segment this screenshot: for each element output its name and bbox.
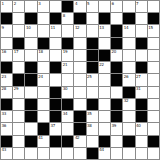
clue-number: 37 bbox=[50, 123, 55, 128]
clue-number: 22 bbox=[99, 62, 104, 67]
black-cell-r3c3 bbox=[38, 38, 49, 49]
clue-number: 16 bbox=[2, 49, 7, 54]
cell-r7c0[interactable]: 28 bbox=[1, 87, 12, 98]
cell-r12c11[interactable] bbox=[136, 148, 147, 159]
cell-r11c11[interactable] bbox=[136, 136, 147, 147]
black-cell-r1c4 bbox=[50, 13, 61, 24]
cell-r5c6[interactable] bbox=[74, 62, 85, 73]
cell-r0c4[interactable] bbox=[50, 1, 61, 12]
cell-r0c12[interactable] bbox=[148, 1, 159, 12]
black-cell-r4c8 bbox=[99, 50, 110, 61]
black-cell-r11c10 bbox=[123, 136, 134, 147]
cell-r12c8[interactable]: 44 bbox=[99, 148, 110, 159]
cell-r4c0[interactable]: 16 bbox=[1, 50, 12, 61]
black-cell-r8c4 bbox=[50, 99, 61, 110]
black-cell-r9c4 bbox=[50, 111, 61, 122]
clue-number: 44 bbox=[99, 147, 104, 152]
cell-r7c9[interactable] bbox=[111, 87, 122, 98]
cell-r1c9[interactable] bbox=[111, 13, 122, 24]
cell-r6c6[interactable] bbox=[74, 74, 85, 85]
cell-r7c8[interactable] bbox=[99, 87, 110, 98]
cell-r3c0[interactable] bbox=[1, 38, 12, 49]
clue-number: 35 bbox=[87, 111, 92, 116]
cell-r10c7[interactable]: 38 bbox=[87, 123, 98, 134]
black-cell-r10c3 bbox=[38, 123, 49, 134]
cell-r2c0[interactable]: 9 bbox=[1, 25, 12, 36]
cell-r6c5[interactable] bbox=[62, 74, 73, 85]
cell-r10c1[interactable] bbox=[13, 123, 24, 134]
cell-r5c3[interactable] bbox=[38, 62, 49, 73]
cell-r12c6[interactable] bbox=[74, 148, 85, 159]
cell-r10c8[interactable] bbox=[99, 123, 110, 134]
cell-r4c5[interactable]: 19 bbox=[62, 50, 73, 61]
cell-r5c12[interactable] bbox=[148, 62, 159, 73]
black-cell-r4c7 bbox=[87, 50, 98, 61]
cell-r1c7[interactable] bbox=[87, 13, 98, 24]
cell-r5c8[interactable]: 22 bbox=[99, 62, 110, 73]
clue-number: 34 bbox=[63, 111, 68, 116]
cell-r4c11[interactable] bbox=[136, 50, 147, 61]
clue-number: 26 bbox=[124, 74, 129, 79]
clue-number: 8 bbox=[63, 13, 65, 18]
black-cell-r6c2 bbox=[25, 74, 36, 85]
black-cell-r8c7 bbox=[87, 99, 98, 110]
black-cell-r0c5 bbox=[62, 1, 73, 12]
black-cell-r1c2 bbox=[25, 13, 36, 24]
cell-r11c1[interactable] bbox=[13, 136, 24, 147]
black-cell-r9c11 bbox=[136, 111, 147, 122]
cell-r6c11[interactable]: 27 bbox=[136, 74, 147, 85]
clue-number: 36 bbox=[2, 123, 7, 128]
cell-r0c0[interactable]: 1 bbox=[1, 1, 12, 12]
black-cell-r1c8 bbox=[99, 13, 110, 24]
black-cell-r7c10 bbox=[123, 87, 134, 98]
black-cell-r3c9 bbox=[111, 38, 122, 49]
cell-r0c3[interactable]: 3 bbox=[38, 1, 49, 12]
cell-r0c7[interactable]: 5 bbox=[87, 1, 98, 12]
black-cell-r11c0 bbox=[1, 136, 12, 147]
cell-r10c0[interactable]: 36 bbox=[1, 123, 12, 134]
black-cell-r11c5 bbox=[62, 136, 73, 147]
clue-number: 9 bbox=[2, 25, 4, 30]
cell-r4c3[interactable]: 18 bbox=[38, 50, 49, 61]
cell-r12c1[interactable] bbox=[13, 148, 24, 159]
clue-number: 13 bbox=[99, 25, 104, 30]
cell-r0c11[interactable]: 7 bbox=[136, 1, 147, 12]
cell-r5c5[interactable]: 21 bbox=[62, 62, 73, 73]
cell-r0c1[interactable]: 2 bbox=[13, 1, 24, 12]
cell-r3c4[interactable] bbox=[50, 38, 61, 49]
clue-number: 30 bbox=[63, 86, 68, 91]
cell-r11c6[interactable]: 42 bbox=[74, 136, 85, 147]
black-cell-r8c5 bbox=[62, 99, 73, 110]
cell-r6c3[interactable]: 24 bbox=[38, 74, 49, 85]
cell-r12c0[interactable]: 43 bbox=[1, 148, 12, 159]
black-cell-r5c4 bbox=[50, 62, 61, 73]
clue-number: 18 bbox=[38, 49, 43, 54]
cell-r9c3[interactable] bbox=[38, 111, 49, 122]
cell-r6c12[interactable] bbox=[148, 74, 159, 85]
clue-number: 23 bbox=[2, 74, 7, 79]
clue-number: 14 bbox=[124, 25, 129, 30]
cell-r10c11[interactable]: 40 bbox=[136, 123, 147, 134]
black-cell-r9c6 bbox=[74, 111, 85, 122]
black-cell-r3c1 bbox=[13, 38, 24, 49]
cell-r8c6[interactable] bbox=[74, 99, 85, 110]
clue-number: 21 bbox=[63, 62, 68, 67]
black-cell-r8c2 bbox=[25, 99, 36, 110]
black-cell-r5c11 bbox=[136, 62, 147, 73]
cell-r9c12[interactable] bbox=[148, 111, 159, 122]
clue-number: 25 bbox=[87, 74, 92, 79]
clue-number: 42 bbox=[75, 135, 80, 140]
cell-r10c10[interactable] bbox=[123, 123, 134, 134]
clue-number: 40 bbox=[136, 123, 141, 128]
cell-r1c5[interactable]: 8 bbox=[62, 13, 73, 24]
cell-r4c1[interactable]: 17 bbox=[13, 50, 24, 61]
cell-r12c12[interactable] bbox=[148, 148, 159, 159]
clue-number: 6 bbox=[112, 1, 114, 6]
cell-r8c3[interactable] bbox=[38, 99, 49, 110]
cell-r12c3[interactable] bbox=[38, 148, 49, 159]
cell-r12c5[interactable] bbox=[62, 148, 73, 159]
black-cell-r1c6 bbox=[74, 13, 85, 24]
cell-r10c9[interactable]: 39 bbox=[111, 123, 122, 134]
cell-r2c12[interactable]: 15 bbox=[148, 25, 159, 36]
clue-number: 10 bbox=[26, 25, 31, 30]
cell-r2c11[interactable] bbox=[136, 25, 147, 36]
cell-r9c1[interactable] bbox=[13, 111, 24, 122]
cell-r9c5[interactable]: 34 bbox=[62, 111, 73, 122]
clue-number: 15 bbox=[148, 25, 153, 30]
cell-r4c9[interactable]: 20 bbox=[111, 50, 122, 61]
black-cell-r12c7 bbox=[87, 148, 98, 159]
cell-r3c12[interactable] bbox=[148, 38, 159, 49]
cell-r0c8[interactable] bbox=[99, 1, 110, 12]
cell-r6c7[interactable]: 25 bbox=[87, 74, 98, 85]
cell-r10c4[interactable]: 37 bbox=[50, 123, 61, 134]
cell-r2c2[interactable]: 10 bbox=[25, 25, 36, 36]
cell-r3c8[interactable] bbox=[99, 38, 110, 49]
black-cell-r6c1 bbox=[13, 74, 24, 85]
black-cell-r1c12 bbox=[148, 13, 159, 24]
cell-r1c1[interactable] bbox=[13, 13, 24, 24]
cell-r6c10[interactable]: 26 bbox=[123, 74, 134, 85]
clue-number: 12 bbox=[75, 25, 80, 30]
cell-r7c12[interactable] bbox=[148, 87, 159, 98]
black-cell-r5c7 bbox=[87, 62, 98, 73]
cell-r2c1[interactable] bbox=[13, 25, 24, 36]
black-cell-r3c5 bbox=[62, 38, 73, 49]
cell-r7c5[interactable]: 30 bbox=[62, 87, 73, 98]
black-cell-r8c9 bbox=[111, 99, 122, 110]
cell-r4c2[interactable] bbox=[25, 50, 36, 61]
black-cell-r2c9 bbox=[111, 25, 122, 36]
clue-number: 2 bbox=[14, 1, 16, 6]
clue-number: 20 bbox=[112, 49, 117, 54]
cell-r10c12[interactable] bbox=[148, 123, 159, 134]
clue-number: 32 bbox=[124, 98, 129, 103]
black-cell-r5c2 bbox=[25, 62, 36, 73]
cell-r9c0[interactable]: 33 bbox=[1, 111, 12, 122]
black-cell-r9c2 bbox=[25, 111, 36, 122]
black-cell-r5c9 bbox=[111, 62, 122, 73]
cell-r10c5[interactable] bbox=[62, 123, 73, 134]
clue-number: 1 bbox=[2, 1, 4, 6]
cell-r9c8[interactable] bbox=[99, 111, 110, 122]
cell-r8c10[interactable]: 32 bbox=[123, 99, 134, 110]
black-cell-r3c7 bbox=[87, 38, 98, 49]
black-cell-r5c0 bbox=[1, 62, 12, 73]
black-cell-r11c8 bbox=[99, 136, 110, 147]
cell-r10c2[interactable] bbox=[25, 123, 36, 134]
cell-r11c9[interactable] bbox=[111, 136, 122, 147]
clue-number: 27 bbox=[136, 74, 141, 79]
cell-r7c6[interactable] bbox=[74, 87, 85, 98]
clue-number: 5 bbox=[87, 1, 89, 6]
cell-r4c12[interactable] bbox=[148, 50, 159, 61]
clue-number: 41 bbox=[38, 135, 43, 140]
clue-number: 29 bbox=[14, 86, 19, 91]
black-cell-r7c4 bbox=[50, 87, 61, 98]
cell-r7c1[interactable]: 29 bbox=[13, 87, 24, 98]
black-cell-r9c9 bbox=[111, 111, 122, 122]
clue-number: 31 bbox=[136, 86, 141, 91]
cell-r7c2[interactable] bbox=[25, 87, 36, 98]
cell-r6c0[interactable]: 23 bbox=[1, 74, 12, 85]
cell-r7c3[interactable] bbox=[38, 87, 49, 98]
black-cell-r11c4 bbox=[50, 136, 61, 147]
black-cell-r1c0 bbox=[1, 13, 12, 24]
cell-r12c4[interactable] bbox=[50, 148, 61, 159]
cell-r0c9[interactable]: 6 bbox=[111, 1, 122, 12]
cell-r6c4[interactable] bbox=[50, 74, 61, 85]
cell-r3c2[interactable] bbox=[25, 38, 36, 49]
cell-r2c7[interactable] bbox=[87, 25, 98, 36]
cell-r2c6[interactable]: 12 bbox=[74, 25, 85, 36]
black-cell-r3c11 bbox=[136, 38, 147, 49]
cell-r3c6[interactable] bbox=[74, 38, 85, 49]
clue-number: 4 bbox=[75, 1, 77, 6]
clue-number: 39 bbox=[112, 123, 117, 128]
black-cell-r8c11 bbox=[136, 99, 147, 110]
black-cell-r6c9 bbox=[111, 74, 122, 85]
cell-r8c12[interactable] bbox=[148, 99, 159, 110]
cell-r5c1[interactable] bbox=[13, 62, 24, 73]
black-cell-r10c6 bbox=[74, 123, 85, 134]
cell-r6c8[interactable] bbox=[99, 74, 110, 85]
clue-number: 43 bbox=[2, 147, 7, 152]
clue-number: 19 bbox=[63, 49, 68, 54]
cell-r1c11[interactable] bbox=[136, 13, 147, 24]
cell-r9c7[interactable]: 35 bbox=[87, 111, 98, 122]
cell-r11c7[interactable] bbox=[87, 136, 98, 147]
cell-r12c9[interactable] bbox=[111, 148, 122, 159]
cell-r7c11[interactable]: 31 bbox=[136, 87, 147, 98]
cell-r1c3[interactable] bbox=[38, 13, 49, 24]
cell-r4c10[interactable] bbox=[123, 50, 134, 61]
cell-r2c3[interactable] bbox=[38, 25, 49, 36]
cell-r4c4[interactable] bbox=[50, 50, 61, 61]
crossword-grid: 1234567891011121314151617181920212223242… bbox=[0, 0, 160, 160]
clue-number: 28 bbox=[2, 86, 7, 91]
cell-r9c10[interactable] bbox=[123, 111, 134, 122]
clue-number: 3 bbox=[38, 1, 40, 6]
cell-r2c4[interactable]: 11 bbox=[50, 25, 61, 36]
cell-r12c10[interactable] bbox=[123, 148, 134, 159]
clue-number: 11 bbox=[50, 25, 55, 30]
cell-r2c10[interactable]: 14 bbox=[123, 25, 134, 36]
clue-number: 24 bbox=[38, 74, 43, 79]
clue-number: 7 bbox=[136, 1, 138, 6]
black-cell-r8c0 bbox=[1, 99, 12, 110]
black-cell-r1c10 bbox=[123, 13, 134, 24]
black-cell-r11c12 bbox=[148, 136, 159, 147]
cell-r8c1[interactable] bbox=[13, 99, 24, 110]
cell-r7c7[interactable] bbox=[87, 87, 98, 98]
black-cell-r11c2 bbox=[25, 136, 36, 147]
cell-r2c5[interactable] bbox=[62, 25, 73, 36]
clue-number: 38 bbox=[87, 123, 92, 128]
cell-r3c10[interactable] bbox=[123, 38, 134, 49]
cell-r5c10[interactable] bbox=[123, 62, 134, 73]
clue-number: 17 bbox=[14, 49, 19, 54]
cell-r8c8[interactable] bbox=[99, 99, 110, 110]
cell-r12c2[interactable] bbox=[25, 148, 36, 159]
cell-r2c8[interactable]: 13 bbox=[99, 25, 110, 36]
cell-r0c6[interactable]: 4 bbox=[74, 1, 85, 12]
cell-r0c2[interactable] bbox=[25, 1, 36, 12]
cell-r0c10[interactable] bbox=[123, 1, 134, 12]
cell-r11c3[interactable]: 41 bbox=[38, 136, 49, 147]
clue-number: 33 bbox=[2, 111, 7, 116]
cell-r4c6[interactable] bbox=[74, 50, 85, 61]
